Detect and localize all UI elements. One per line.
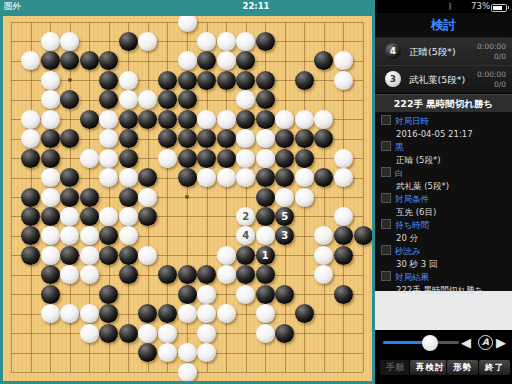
move-number-label: 1 (256, 246, 275, 265)
panel-button-row: 手順再検討形勢終了 (375, 355, 512, 384)
white-stone[interactable] (334, 149, 353, 168)
black-stone[interactable] (295, 71, 314, 90)
black-stone[interactable]: 3 (275, 226, 294, 245)
white-stone[interactable] (334, 71, 353, 90)
black-stone[interactable] (158, 90, 177, 109)
info-label: 持ち時間 (381, 219, 512, 232)
white-stone[interactable] (119, 207, 138, 226)
panel-title: 検討 (375, 13, 512, 38)
black-stone[interactable] (60, 129, 79, 148)
black-stone[interactable] (256, 71, 275, 90)
white-stone[interactable] (178, 51, 197, 70)
black-stone[interactable] (178, 71, 197, 90)
black-stone[interactable] (314, 51, 333, 70)
black-stone[interactable] (99, 246, 118, 265)
black-stone[interactable] (158, 265, 177, 284)
player-stone-badge: 3 (385, 71, 401, 87)
white-stone[interactable] (275, 110, 294, 129)
player-clock: 0:00:000/0 (477, 42, 506, 61)
white-stone[interactable] (197, 32, 216, 51)
white-stone[interactable] (60, 304, 79, 323)
bullet-square-icon (381, 219, 391, 229)
white-stone[interactable] (80, 265, 99, 284)
white-stone[interactable] (60, 207, 79, 226)
white-stone[interactable] (178, 16, 197, 32)
white-stone[interactable] (178, 304, 197, 323)
black-stone[interactable] (21, 207, 40, 226)
white-stone[interactable] (295, 110, 314, 129)
move-number-label: 3 (275, 226, 294, 245)
black-stone[interactable] (119, 246, 138, 265)
black-stone[interactable] (138, 304, 157, 323)
player-row[interactable]: 4正晴(5段*)0:00:000/0 (375, 38, 512, 65)
black-stone[interactable]: 1 (256, 246, 275, 265)
black-stone[interactable] (158, 110, 177, 129)
playback-controls: ◀ A ▶ (375, 330, 512, 355)
white-stone[interactable] (21, 110, 40, 129)
black-stone[interactable] (138, 110, 157, 129)
white-stone[interactable] (138, 188, 157, 207)
black-stone[interactable] (178, 149, 197, 168)
result-header: 222手 黒時間切れ勝ち (375, 94, 512, 112)
black-stone[interactable] (314, 168, 333, 187)
black-stone[interactable] (80, 110, 99, 129)
white-stone[interactable] (236, 129, 255, 148)
white-stone[interactable] (197, 285, 216, 304)
black-stone[interactable] (60, 246, 79, 265)
panel-button-形勢[interactable]: 形勢 (446, 359, 479, 376)
white-stone[interactable] (236, 285, 255, 304)
info-value: 2016-04-05 21:17 (381, 128, 512, 141)
grid-line-h (11, 333, 363, 334)
black-stone[interactable] (197, 71, 216, 90)
white-stone[interactable] (217, 246, 236, 265)
white-stone[interactable] (41, 71, 60, 90)
white-stone[interactable] (60, 265, 79, 284)
white-stone[interactable] (119, 226, 138, 245)
black-stone[interactable] (119, 129, 138, 148)
black-stone[interactable] (138, 207, 157, 226)
info-value: 武礼葉 (5段*) (381, 180, 512, 193)
white-stone[interactable] (217, 51, 236, 70)
white-stone[interactable] (41, 226, 60, 245)
white-stone[interactable] (295, 188, 314, 207)
black-stone[interactable] (99, 304, 118, 323)
black-stone[interactable] (236, 265, 255, 284)
white-stone[interactable] (197, 343, 216, 362)
white-stone[interactable] (21, 51, 40, 70)
black-stone[interactable] (197, 149, 216, 168)
black-stone[interactable] (119, 32, 138, 51)
white-stone[interactable] (80, 324, 99, 343)
white-stone[interactable] (236, 32, 255, 51)
black-stone[interactable] (99, 285, 118, 304)
black-stone[interactable] (236, 110, 255, 129)
white-stone[interactable] (256, 129, 275, 148)
panel-button-終了[interactable]: 終了 (478, 359, 511, 376)
grid-line-v (324, 22, 325, 372)
info-label: 対局条件 (381, 193, 512, 206)
black-stone[interactable] (197, 51, 216, 70)
black-stone[interactable] (275, 324, 294, 343)
black-stone[interactable] (256, 265, 275, 284)
prev-move-button[interactable]: ◀ (461, 335, 471, 350)
goban-board[interactable]: 25431 (0, 13, 375, 384)
white-stone[interactable] (80, 304, 99, 323)
black-stone[interactable] (138, 168, 157, 187)
black-stone[interactable] (119, 110, 138, 129)
black-stone[interactable] (217, 129, 236, 148)
player-stone-badge: 4 (385, 43, 401, 59)
goban-grid[interactable]: 25431 (3, 16, 372, 381)
review-panel: 検討 4正晴(5段*)0:00:000/03武礼葉(5段*)0:00:000/0… (375, 13, 512, 384)
player-list: 4正晴(5段*)0:00:000/03武礼葉(5段*)0:00:000/0 (375, 38, 512, 94)
white-stone[interactable] (119, 168, 138, 187)
black-stone[interactable] (275, 149, 294, 168)
white-stone[interactable] (236, 149, 255, 168)
player-name: 武礼葉(5段*) (409, 66, 465, 93)
white-stone[interactable] (314, 226, 333, 245)
white-stone[interactable] (197, 168, 216, 187)
black-stone[interactable] (334, 285, 353, 304)
black-stone[interactable] (354, 226, 373, 245)
black-stone[interactable] (99, 71, 118, 90)
white-stone[interactable]: 4 (236, 226, 255, 245)
move-slider-thumb[interactable] (422, 335, 438, 351)
black-stone[interactable] (178, 285, 197, 304)
white-stone[interactable] (41, 32, 60, 51)
white-stone[interactable] (236, 90, 255, 109)
white-stone[interactable] (80, 246, 99, 265)
black-stone[interactable] (60, 188, 79, 207)
white-stone[interactable] (295, 168, 314, 187)
move-number-label: 2 (236, 207, 255, 226)
black-stone[interactable] (236, 51, 255, 70)
info-value: 正晴 (5段*) (381, 154, 512, 167)
white-stone[interactable] (80, 226, 99, 245)
black-stone[interactable] (275, 168, 294, 187)
bullet-square-icon (381, 271, 391, 281)
black-stone[interactable] (197, 129, 216, 148)
white-stone[interactable] (236, 168, 255, 187)
battery-icon (491, 4, 507, 13)
white-stone[interactable] (41, 246, 60, 265)
game-info-list: 対局日時2016-04-05 21:17黒正晴 (5段*)白武礼葉 (5段*)対… (375, 112, 512, 291)
white-stone[interactable] (256, 149, 275, 168)
black-stone[interactable] (21, 188, 40, 207)
move-number-label: 4 (236, 226, 255, 245)
black-stone[interactable] (197, 265, 216, 284)
info-value: 互先 (6目) (381, 206, 512, 219)
white-stone[interactable] (60, 32, 79, 51)
black-stone[interactable] (217, 71, 236, 90)
black-stone[interactable] (236, 246, 255, 265)
white-stone[interactable] (314, 110, 333, 129)
black-stone[interactable] (178, 265, 197, 284)
white-stone[interactable] (217, 304, 236, 323)
black-stone[interactable] (256, 168, 275, 187)
black-stone[interactable] (99, 324, 118, 343)
black-stone[interactable] (138, 343, 157, 362)
black-stone[interactable] (99, 51, 118, 70)
black-stone[interactable] (158, 71, 177, 90)
black-stone[interactable] (99, 226, 118, 245)
white-stone[interactable] (119, 71, 138, 90)
white-stone[interactable] (99, 168, 118, 187)
bullet-square-icon (381, 115, 391, 125)
white-stone[interactable] (256, 226, 275, 245)
black-stone[interactable] (256, 188, 275, 207)
info-label: 対局結果 (381, 271, 512, 284)
white-stone[interactable] (217, 168, 236, 187)
info-label: 白 (381, 167, 512, 180)
black-stone[interactable] (334, 246, 353, 265)
white-stone[interactable] (314, 246, 333, 265)
app-screen: 圏外 22:11 73% ᛒ 25431 検討 4正晴(5段*)0:00:000… (0, 0, 512, 384)
black-stone[interactable] (158, 304, 177, 323)
black-stone[interactable] (295, 129, 314, 148)
white-stone[interactable] (99, 110, 118, 129)
black-stone[interactable] (178, 129, 197, 148)
white-stone[interactable] (80, 149, 99, 168)
white-stone[interactable] (197, 324, 216, 343)
white-stone[interactable] (334, 51, 353, 70)
info-label: 秒読み (381, 245, 512, 258)
autoplay-button[interactable]: A (478, 335, 493, 350)
white-stone[interactable] (334, 168, 353, 187)
white-stone[interactable] (138, 246, 157, 265)
white-stone[interactable] (41, 168, 60, 187)
black-stone[interactable] (21, 246, 40, 265)
white-stone[interactable] (197, 110, 216, 129)
white-stone[interactable] (217, 32, 236, 51)
black-stone[interactable] (217, 149, 236, 168)
white-stone[interactable] (275, 188, 294, 207)
black-stone[interactable] (41, 51, 60, 70)
black-stone[interactable] (41, 207, 60, 226)
black-stone[interactable] (21, 149, 40, 168)
hoshi-point (185, 195, 189, 199)
info-value: 30 秒 3 回 (381, 258, 512, 271)
white-stone[interactable] (99, 129, 118, 148)
white-stone[interactable] (21, 129, 40, 148)
black-stone[interactable] (334, 226, 353, 245)
black-stone[interactable] (119, 324, 138, 343)
info-label: 黒 (381, 141, 512, 154)
white-stone[interactable] (158, 343, 177, 362)
black-stone[interactable] (41, 129, 60, 148)
next-move-button[interactable]: ▶ (496, 335, 506, 350)
white-stone[interactable] (41, 188, 60, 207)
white-stone[interactable] (217, 265, 236, 284)
white-stone[interactable] (158, 149, 177, 168)
white-stone[interactable] (197, 304, 216, 323)
black-stone[interactable] (60, 51, 79, 70)
bullet-square-icon (381, 245, 391, 255)
player-clock: 0:00:000/0 (477, 70, 506, 89)
white-stone[interactable] (41, 90, 60, 109)
white-stone[interactable] (256, 324, 275, 343)
panel-button-手順: 手順 (379, 359, 412, 376)
battery-percent-label: 73% (471, 0, 490, 13)
move-number-label: 5 (275, 207, 294, 226)
black-stone[interactable] (178, 168, 197, 187)
white-stone[interactable] (41, 304, 60, 323)
white-stone[interactable] (256, 304, 275, 323)
white-stone[interactable] (334, 207, 353, 226)
white-stone[interactable] (178, 343, 197, 362)
bullet-square-icon (381, 193, 391, 203)
white-stone[interactable] (41, 110, 60, 129)
black-stone[interactable] (60, 90, 79, 109)
hoshi-point (68, 78, 72, 82)
black-stone[interactable] (256, 32, 275, 51)
black-stone[interactable] (119, 265, 138, 284)
black-stone[interactable] (41, 149, 60, 168)
white-stone[interactable] (60, 226, 79, 245)
info-label: 対局日時 (381, 115, 512, 128)
black-stone[interactable] (236, 71, 255, 90)
black-stone[interactable] (178, 110, 197, 129)
black-stone[interactable] (256, 207, 275, 226)
white-stone[interactable] (138, 32, 157, 51)
white-stone[interactable] (178, 363, 197, 382)
black-stone[interactable] (275, 129, 294, 148)
black-stone[interactable] (41, 265, 60, 284)
grid-line-v (363, 22, 364, 372)
white-stone[interactable] (99, 207, 118, 226)
white-stone[interactable] (217, 110, 236, 129)
player-row[interactable]: 3武礼葉(5段*)0:00:000/0 (375, 65, 512, 93)
white-stone[interactable] (138, 90, 157, 109)
black-stone[interactable] (80, 51, 99, 70)
clock-label: 22:11 (0, 0, 512, 13)
white-stone[interactable] (99, 149, 118, 168)
black-stone[interactable] (295, 149, 314, 168)
bluetooth-icon: ᛒ (448, 2, 454, 11)
black-stone[interactable] (21, 226, 40, 245)
move-slider-track[interactable] (383, 341, 459, 344)
white-stone[interactable] (138, 324, 157, 343)
black-stone[interactable] (256, 90, 275, 109)
black-stone[interactable] (41, 285, 60, 304)
black-stone[interactable] (314, 129, 333, 148)
bullet-square-icon (381, 167, 391, 177)
white-stone[interactable] (314, 265, 333, 284)
black-stone[interactable]: 5 (275, 207, 294, 226)
white-stone[interactable]: 2 (236, 207, 255, 226)
black-stone[interactable] (256, 110, 275, 129)
bullet-square-icon (381, 141, 391, 151)
status-bar: 圏外 22:11 73% ᛒ (0, 0, 512, 13)
black-stone[interactable] (256, 285, 275, 304)
black-stone[interactable] (80, 188, 99, 207)
white-stone[interactable] (158, 324, 177, 343)
white-stone[interactable] (119, 90, 138, 109)
black-stone[interactable] (295, 304, 314, 323)
info-value: 20 分 (381, 232, 512, 245)
black-stone[interactable] (99, 90, 118, 109)
black-stone[interactable] (275, 285, 294, 304)
black-stone[interactable] (60, 168, 79, 187)
black-stone[interactable] (80, 207, 99, 226)
black-stone[interactable] (158, 129, 177, 148)
black-stone[interactable] (119, 188, 138, 207)
player-name: 正晴(5段*) (409, 38, 456, 65)
black-stone[interactable] (178, 90, 197, 109)
black-stone[interactable] (119, 149, 138, 168)
